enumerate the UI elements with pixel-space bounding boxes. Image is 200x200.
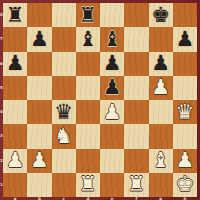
square-b4[interactable] [27,100,51,124]
file-label-f: f [124,197,148,200]
white-pawn-a2[interactable]: ♟ [3,149,27,173]
square-d1[interactable]: ♜ [76,173,100,197]
square-d7[interactable]: ♝ [76,27,100,51]
square-e2[interactable] [100,149,124,173]
black-pawn-g6[interactable]: ♟ [149,52,173,76]
square-a3[interactable] [3,124,27,148]
square-f2[interactable] [124,149,148,173]
square-a8[interactable]: ♜ [3,3,27,27]
file-label-c: c [52,197,76,200]
square-e5[interactable]: ♟ [100,76,124,100]
square-d5[interactable] [76,76,100,100]
rank-label-7: 7 [0,37,3,41]
chess-board-frame: ♜♜♚♟♝♝♟♟♟♟♟♟♛♟♛♞♟♟♝♟♜♜♚ 87654321abcdefgh [0,0,200,200]
square-b1[interactable] [27,173,51,197]
white-bishop-g2[interactable]: ♝ [149,149,173,173]
square-e8[interactable] [100,3,124,27]
file-label-a: a [3,197,27,200]
square-h4[interactable]: ♛ [173,100,197,124]
square-b3[interactable] [27,124,51,148]
rank-label-6: 6 [0,62,3,66]
square-d3[interactable] [76,124,100,148]
square-f1[interactable]: ♜ [124,173,148,197]
file-label-b: b [27,197,51,200]
square-g6[interactable]: ♟ [149,52,173,76]
square-c2[interactable] [52,149,76,173]
square-f8[interactable] [124,3,148,27]
square-c6[interactable] [52,52,76,76]
square-h7[interactable]: ♟ [173,27,197,51]
square-c8[interactable] [52,3,76,27]
square-a7[interactable] [3,27,27,51]
square-g1[interactable] [149,173,173,197]
square-g3[interactable] [149,124,173,148]
square-g2[interactable]: ♝ [149,149,173,173]
square-h8[interactable] [173,3,197,27]
square-g4[interactable] [149,100,173,124]
black-pawn-a6[interactable]: ♟ [3,52,27,76]
square-e6[interactable]: ♟ [100,52,124,76]
square-e7[interactable]: ♝ [100,27,124,51]
white-pawn-e4[interactable]: ♟ [100,100,124,124]
square-b6[interactable] [27,52,51,76]
square-c7[interactable] [52,27,76,51]
black-pawn-e6[interactable]: ♟ [100,52,124,76]
black-pawn-b7[interactable]: ♟ [27,27,51,51]
square-a2[interactable]: ♟ [3,149,27,173]
file-label-d: d [76,197,100,200]
square-f3[interactable] [124,124,148,148]
square-f4[interactable] [124,100,148,124]
file-label-e: e [100,197,124,200]
square-d4[interactable] [76,100,100,124]
white-rook-f1[interactable]: ♜ [124,173,148,197]
white-queen-h4[interactable]: ♛ [173,100,197,124]
rank-label-8: 8 [0,13,3,17]
rank-label-2: 2 [0,159,3,163]
square-h6[interactable] [173,52,197,76]
square-c5[interactable] [52,76,76,100]
black-king-g8[interactable]: ♚ [149,3,173,27]
square-a4[interactable] [3,100,27,124]
black-rook-d8[interactable]: ♜ [76,3,100,27]
rank-label-4: 4 [0,110,3,114]
black-rook-a8[interactable]: ♜ [3,3,27,27]
square-a5[interactable] [3,76,27,100]
black-queen-c4[interactable]: ♛ [52,100,76,124]
white-knight-c3[interactable]: ♞ [52,124,76,148]
square-f6[interactable] [124,52,148,76]
square-c4[interactable]: ♛ [52,100,76,124]
square-g5[interactable]: ♟ [149,76,173,100]
square-e3[interactable] [100,124,124,148]
square-f7[interactable] [124,27,148,51]
square-g7[interactable] [149,27,173,51]
square-h1[interactable]: ♚ [173,173,197,197]
square-b2[interactable]: ♟ [27,149,51,173]
chess-board: ♜♜♚♟♝♝♟♟♟♟♟♟♛♟♛♞♟♟♝♟♜♜♚ [3,3,197,197]
white-pawn-g5[interactable]: ♟ [149,76,173,100]
square-b8[interactable] [27,3,51,27]
square-h5[interactable] [173,76,197,100]
black-pawn-e5[interactable]: ♟ [100,76,124,100]
white-pawn-h2[interactable]: ♟ [173,149,197,173]
square-c3[interactable]: ♞ [52,124,76,148]
square-g8[interactable]: ♚ [149,3,173,27]
square-f5[interactable] [124,76,148,100]
file-label-g: g [149,197,173,200]
rank-label-1: 1 [0,183,3,187]
square-h3[interactable] [173,124,197,148]
square-b7[interactable]: ♟ [27,27,51,51]
rank-label-3: 3 [0,134,3,138]
square-d2[interactable] [76,149,100,173]
white-king-h1[interactable]: ♚ [173,173,197,197]
square-a6[interactable]: ♟ [3,52,27,76]
white-pawn-b2[interactable]: ♟ [27,149,51,173]
square-e1[interactable] [100,173,124,197]
black-pawn-h7[interactable]: ♟ [173,27,197,51]
square-e4[interactable]: ♟ [100,100,124,124]
rank-label-5: 5 [0,86,3,90]
square-d8[interactable]: ♜ [76,3,100,27]
square-d6[interactable] [76,52,100,76]
square-a1[interactable] [3,173,27,197]
black-bishop-d7[interactable]: ♝ [76,27,100,51]
square-c1[interactable] [52,173,76,197]
white-rook-d1[interactable]: ♜ [76,173,100,197]
black-bishop-e7[interactable]: ♝ [100,27,124,51]
square-h2[interactable]: ♟ [173,149,197,173]
file-label-h: h [173,197,197,200]
square-b5[interactable] [27,76,51,100]
